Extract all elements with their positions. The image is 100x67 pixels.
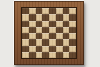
board-square[interactable] — [29, 52, 36, 58]
board-square[interactable] — [49, 52, 56, 58]
background — [0, 0, 100, 67]
board-square[interactable] — [63, 52, 70, 58]
board-square[interactable] — [42, 52, 49, 58]
board-square[interactable] — [36, 52, 43, 58]
chess-board — [14, 1, 84, 65]
board-square[interactable] — [56, 52, 63, 58]
board-square[interactable] — [22, 52, 29, 58]
board-square[interactable] — [69, 52, 76, 58]
playing-area — [21, 7, 77, 59]
